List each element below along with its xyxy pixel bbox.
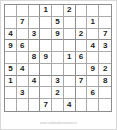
sudoku-cell-r7c6 [64, 76, 76, 88]
sudoku-cell-r3c9: 7 [99, 29, 111, 41]
sudoku-cell-r7c3: 4 [29, 76, 41, 88]
sudoku-cell-r2c7 [76, 17, 88, 29]
sudoku-board: 12751439279643891654921437832674 [4, 4, 112, 112]
sudoku-cell-r8c7 [76, 87, 88, 99]
sudoku-cell-r1c5 [52, 5, 64, 17]
sudoku-cell-r1c2 [17, 5, 29, 17]
sudoku-cell-r9c1 [5, 99, 17, 111]
sudoku-cell-r6c4 [40, 64, 52, 76]
sudoku-cell-r3c7: 2 [76, 29, 88, 41]
sudoku-cell-r1c6: 2 [64, 5, 76, 17]
sudoku-cell-r3c2 [17, 29, 29, 41]
sudoku-cell-r7c2 [17, 76, 29, 88]
sudoku-cell-r8c8: 6 [87, 87, 99, 99]
sudoku-cell-r8c1 [5, 87, 17, 99]
sudoku-cell-r4c2: 6 [17, 40, 29, 52]
sudoku-page: 12751439279643891654921437832674 www.sud… [0, 0, 117, 130]
sudoku-cell-r6c9: 2 [99, 64, 111, 76]
sudoku-cell-r4c9: 3 [99, 40, 111, 52]
sudoku-cell-r5c1 [5, 52, 17, 64]
sudoku-cell-r5c2 [17, 52, 29, 64]
sudoku-cell-r8c3 [29, 87, 41, 99]
sudoku-cell-r2c4 [40, 17, 52, 29]
sudoku-cell-r2c5: 5 [52, 17, 64, 29]
sudoku-cell-r6c7 [76, 64, 88, 76]
sudoku-cell-r9c6: 4 [64, 99, 76, 111]
sudoku-cell-r1c4: 1 [40, 5, 52, 17]
sudoku-cell-r9c8 [87, 99, 99, 111]
sudoku-cell-r4c4 [40, 40, 52, 52]
sudoku-cell-r5c3: 8 [29, 52, 41, 64]
sudoku-cell-r4c5 [52, 40, 64, 52]
sudoku-cell-r5c6: 1 [64, 52, 76, 64]
sudoku-cell-r4c1: 9 [5, 40, 17, 52]
sudoku-cell-r2c6 [64, 17, 76, 29]
sudoku-cell-r8c2: 3 [17, 87, 29, 99]
sudoku-cell-r3c1: 4 [5, 29, 17, 41]
sudoku-cell-r2c8: 1 [87, 17, 99, 29]
sudoku-cell-r7c8 [87, 76, 99, 88]
sudoku-cell-r9c9 [99, 99, 111, 111]
sudoku-cell-r5c8 [87, 52, 99, 64]
sudoku-cell-r3c8 [87, 29, 99, 41]
sudoku-cell-r6c2: 4 [17, 64, 29, 76]
sudoku-cell-r4c6 [64, 40, 76, 52]
sudoku-cell-r5c7: 6 [76, 52, 88, 64]
sudoku-cell-r5c4: 9 [40, 52, 52, 64]
sudoku-cell-r1c8 [87, 5, 99, 17]
sudoku-cell-r1c3 [29, 5, 41, 17]
sudoku-cell-r8c6 [64, 87, 76, 99]
sudoku-cell-r8c9 [99, 87, 111, 99]
sudoku-cell-r2c3 [29, 17, 41, 29]
sudoku-cell-r2c9 [99, 17, 111, 29]
sudoku-cell-r2c1 [5, 17, 17, 29]
sudoku-cell-r6c8: 9 [87, 64, 99, 76]
sudoku-cell-r3c5: 9 [52, 29, 64, 41]
sudoku-cell-r1c7 [76, 5, 88, 17]
sudoku-cell-r1c9 [99, 5, 111, 17]
sudoku-cell-r7c4 [40, 76, 52, 88]
sudoku-cell-r9c5 [52, 99, 64, 111]
sudoku-cell-r9c2 [17, 99, 29, 111]
sudoku-cell-r8c4 [40, 87, 52, 99]
sudoku-cell-r2c2: 7 [17, 17, 29, 29]
sudoku-cell-r6c6 [64, 64, 76, 76]
watermark-text: www.sudokudastampare.it [33, 121, 85, 124]
sudoku-cell-r6c3 [29, 64, 41, 76]
sudoku-cell-r9c4: 7 [40, 99, 52, 111]
sudoku-cell-r4c3 [29, 40, 41, 52]
sudoku-cell-r4c8: 4 [87, 40, 99, 52]
sudoku-cell-r6c1: 5 [5, 64, 17, 76]
sudoku-cell-r5c9 [99, 52, 111, 64]
sudoku-cell-r6c5 [52, 64, 64, 76]
sudoku-cell-r3c4 [40, 29, 52, 41]
sudoku-cell-r9c7 [76, 99, 88, 111]
sudoku-cell-r4c7 [76, 40, 88, 52]
sudoku-cell-r9c3 [29, 99, 41, 111]
sudoku-cell-r5c5 [52, 52, 64, 64]
sudoku-cell-r3c6 [64, 29, 76, 41]
sudoku-cell-r7c5: 3 [52, 76, 64, 88]
sudoku-cell-r7c9: 8 [99, 76, 111, 88]
sudoku-cell-r7c1: 1 [5, 76, 17, 88]
sudoku-cell-r7c7: 7 [76, 76, 88, 88]
sudoku-cell-r1c1 [5, 5, 17, 17]
sudoku-cell-r8c5: 2 [52, 87, 64, 99]
sudoku-cell-r3c3: 3 [29, 29, 41, 41]
